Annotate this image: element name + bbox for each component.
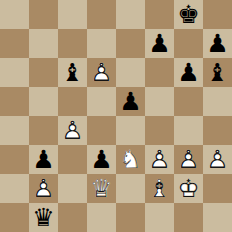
square-g8[interactable]: ♚: [174, 0, 203, 29]
square-c5[interactable]: [58, 87, 87, 116]
square-f3[interactable]: ♟♙: [145, 145, 174, 174]
piece-outline-layer: ♗: [145, 174, 174, 203]
square-g5[interactable]: [174, 87, 203, 116]
square-g2[interactable]: ♚♔: [174, 174, 203, 203]
white-pawn: ♟♙: [174, 145, 203, 174]
square-e7[interactable]: [116, 29, 145, 58]
piece-outline-layer: ♕: [87, 174, 116, 203]
square-f5[interactable]: [145, 87, 174, 116]
black-bishop: ♝: [58, 58, 87, 87]
square-b6[interactable]: [29, 58, 58, 87]
white-queen: ♛♕: [87, 174, 116, 203]
black-pawn: ♟: [203, 29, 232, 58]
square-f8[interactable]: [145, 0, 174, 29]
square-d6[interactable]: ♟♙: [87, 58, 116, 87]
square-c4[interactable]: ♟♙: [58, 116, 87, 145]
chess-board: ♚♟♟♝♟♙♟♝♟♟♙♟♟♞♘♟♙♟♙♟♙♟♙♛♕♝♗♚♔♛: [0, 0, 232, 232]
square-e2[interactable]: [116, 174, 145, 203]
square-a4[interactable]: [0, 116, 29, 145]
square-a6[interactable]: [0, 58, 29, 87]
square-c8[interactable]: [58, 0, 87, 29]
square-c3[interactable]: [58, 145, 87, 174]
square-d8[interactable]: [87, 0, 116, 29]
square-e6[interactable]: [116, 58, 145, 87]
square-d1[interactable]: [87, 203, 116, 232]
square-d2[interactable]: ♛♕: [87, 174, 116, 203]
black-king: ♚: [174, 0, 203, 29]
piece-outline-layer: ♘: [116, 145, 145, 174]
square-g3[interactable]: ♟♙: [174, 145, 203, 174]
square-f1[interactable]: [145, 203, 174, 232]
square-f4[interactable]: [145, 116, 174, 145]
white-pawn: ♟♙: [29, 174, 58, 203]
square-h7[interactable]: ♟: [203, 29, 232, 58]
black-pawn: ♟: [174, 58, 203, 87]
square-f2[interactable]: ♝♗: [145, 174, 174, 203]
square-g1[interactable]: [174, 203, 203, 232]
square-g6[interactable]: ♟: [174, 58, 203, 87]
square-h4[interactable]: [203, 116, 232, 145]
square-c7[interactable]: [58, 29, 87, 58]
square-f7[interactable]: ♟: [145, 29, 174, 58]
square-b2[interactable]: ♟♙: [29, 174, 58, 203]
square-c6[interactable]: ♝: [58, 58, 87, 87]
piece-outline-layer: ♙: [145, 145, 174, 174]
square-d7[interactable]: [87, 29, 116, 58]
square-e5[interactable]: ♟: [116, 87, 145, 116]
black-pawn: ♟: [116, 87, 145, 116]
white-bishop: ♝♗: [145, 174, 174, 203]
square-f6[interactable]: [145, 58, 174, 87]
square-g4[interactable]: [174, 116, 203, 145]
black-pawn: ♟: [145, 29, 174, 58]
square-b3[interactable]: ♟: [29, 145, 58, 174]
black-pawn: ♟: [29, 145, 58, 174]
piece-outline-layer: ♙: [203, 145, 232, 174]
piece-outline-layer: ♙: [174, 145, 203, 174]
square-a2[interactable]: [0, 174, 29, 203]
white-king: ♚♔: [174, 174, 203, 203]
square-e4[interactable]: [116, 116, 145, 145]
square-b1[interactable]: ♛: [29, 203, 58, 232]
piece-outline-layer: ♔: [174, 174, 203, 203]
square-b7[interactable]: [29, 29, 58, 58]
square-g7[interactable]: [174, 29, 203, 58]
square-e1[interactable]: [116, 203, 145, 232]
black-bishop: ♝: [203, 58, 232, 87]
piece-outline-layer: ♙: [58, 116, 87, 145]
piece-outline-layer: ♙: [29, 174, 58, 203]
square-c2[interactable]: [58, 174, 87, 203]
square-h3[interactable]: ♟♙: [203, 145, 232, 174]
square-e3[interactable]: ♞♘: [116, 145, 145, 174]
square-d4[interactable]: [87, 116, 116, 145]
square-a1[interactable]: [0, 203, 29, 232]
square-h1[interactable]: [203, 203, 232, 232]
black-pawn: ♟: [87, 145, 116, 174]
square-h5[interactable]: [203, 87, 232, 116]
square-h2[interactable]: [203, 174, 232, 203]
square-b5[interactable]: [29, 87, 58, 116]
square-h6[interactable]: ♝: [203, 58, 232, 87]
square-b4[interactable]: [29, 116, 58, 145]
white-knight: ♞♘: [116, 145, 145, 174]
white-pawn: ♟♙: [58, 116, 87, 145]
square-a8[interactable]: [0, 0, 29, 29]
square-e8[interactable]: [116, 0, 145, 29]
square-a3[interactable]: [0, 145, 29, 174]
piece-outline-layer: ♙: [87, 58, 116, 87]
square-c1[interactable]: [58, 203, 87, 232]
square-a5[interactable]: [0, 87, 29, 116]
square-d5[interactable]: [87, 87, 116, 116]
square-b8[interactable]: [29, 0, 58, 29]
white-pawn: ♟♙: [87, 58, 116, 87]
square-a7[interactable]: [0, 29, 29, 58]
black-queen: ♛: [29, 203, 58, 232]
white-pawn: ♟♙: [203, 145, 232, 174]
square-d3[interactable]: ♟: [87, 145, 116, 174]
square-h8[interactable]: [203, 0, 232, 29]
white-pawn: ♟♙: [145, 145, 174, 174]
